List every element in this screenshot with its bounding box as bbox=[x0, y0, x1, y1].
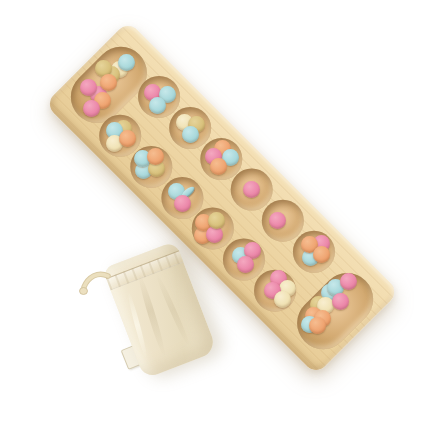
mancala-board bbox=[45, 21, 400, 376]
cord-knot bbox=[80, 288, 88, 295]
cotton-bag bbox=[102, 241, 217, 379]
product-photo-scene bbox=[0, 0, 430, 430]
store-b[interactable] bbox=[286, 262, 384, 360]
